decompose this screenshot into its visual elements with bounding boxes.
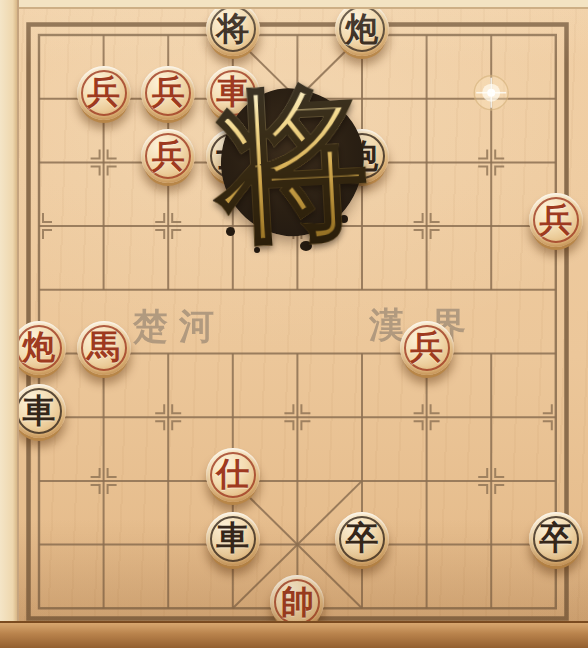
piece-red-advisor[interactable]: 仕 — [206, 448, 260, 502]
piece-glyph: 兵 — [410, 330, 443, 365]
piece-glyph: 炮 — [346, 12, 379, 47]
piece-glyph: 卒 — [346, 521, 379, 556]
piece-black-soldier[interactable]: 卒 — [529, 512, 583, 566]
board-edge-top — [0, 0, 588, 9]
piece-glyph: 兵 — [152, 139, 185, 174]
piece-glyph: 車 — [23, 394, 56, 429]
piece-glyph: 馬 — [87, 330, 120, 365]
piece-glyph: 帥 — [281, 585, 314, 620]
piece-black-general[interactable]: 将 — [206, 2, 260, 56]
piece-red-soldier[interactable]: 兵 — [141, 129, 195, 183]
piece-black-soldier[interactable]: 卒 — [335, 512, 389, 566]
piece-glyph: 車 — [216, 521, 249, 556]
piece-glyph: 仕 — [216, 457, 249, 492]
piece-red-horse[interactable]: 馬 — [77, 321, 131, 375]
piece-glyph: 炮 — [23, 330, 56, 365]
piece-glyph: 兵 — [539, 203, 572, 238]
piece-glyph: 将 — [216, 12, 249, 47]
board-bezel-bottom — [0, 621, 588, 648]
piece-red-cannon[interactable]: 炮 — [12, 321, 66, 375]
piece-black-cannon[interactable]: 炮 — [335, 2, 389, 56]
board-edge-left — [0, 0, 19, 648]
piece-red-soldier[interactable]: 兵 — [141, 66, 195, 120]
piece-glyph: 兵 — [152, 75, 185, 110]
piece-red-soldier[interactable]: 兵 — [77, 66, 131, 120]
piece-black-chariot[interactable]: 車 — [206, 512, 260, 566]
check-stamp-character: 将 — [208, 53, 379, 270]
piece-red-soldier[interactable]: 兵 — [529, 193, 583, 247]
piece-red-soldier[interactable]: 兵 — [400, 321, 454, 375]
xiangqi-game-screen: 楚河 漢界 将炮兵兵車兵士炮兵炮馬兵車仕車卒卒帥 将 — [0, 0, 588, 648]
piece-glyph: 卒 — [539, 521, 572, 556]
piece-black-chariot[interactable]: 車 — [12, 384, 66, 438]
piece-glyph: 兵 — [87, 75, 120, 110]
